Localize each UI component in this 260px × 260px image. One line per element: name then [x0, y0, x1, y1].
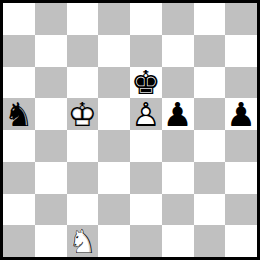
king-glyph: ♚	[130, 67, 162, 99]
square-c4[interactable]	[67, 130, 99, 162]
square-g7[interactable]	[194, 35, 226, 67]
black-king-piece[interactable]: ♚	[130, 67, 162, 99]
square-h4[interactable]	[225, 130, 257, 162]
square-d4[interactable]	[98, 130, 130, 162]
square-e5[interactable]: ♟♙	[130, 98, 162, 130]
square-a4[interactable]	[3, 130, 35, 162]
square-d5[interactable]	[98, 98, 130, 130]
square-e3[interactable]	[130, 162, 162, 194]
square-f8[interactable]	[162, 3, 194, 35]
square-a7[interactable]	[3, 35, 35, 67]
square-c2[interactable]	[67, 194, 99, 226]
knight-outline-glyph: ♘	[67, 225, 99, 257]
chess-board-frame: ♚♞♚♔♟♙♟♟♞♘	[0, 0, 260, 260]
pawn-fill-glyph: ♟	[130, 98, 162, 130]
pawn-glyph: ♟	[225, 98, 257, 130]
square-g3[interactable]	[194, 162, 226, 194]
square-b8[interactable]	[35, 3, 67, 35]
chess-board: ♚♞♚♔♟♙♟♟♞♘	[3, 3, 257, 257]
pawn-outline-glyph: ♙	[130, 98, 162, 130]
square-f2[interactable]	[162, 194, 194, 226]
pawn-glyph: ♟	[162, 98, 194, 130]
square-b7[interactable]	[35, 35, 67, 67]
square-d3[interactable]	[98, 162, 130, 194]
black-pawn-piece[interactable]: ♟	[162, 98, 194, 130]
square-g4[interactable]	[194, 130, 226, 162]
square-d2[interactable]	[98, 194, 130, 226]
square-f3[interactable]	[162, 162, 194, 194]
square-b2[interactable]	[35, 194, 67, 226]
square-b6[interactable]	[35, 67, 67, 99]
square-a2[interactable]	[3, 194, 35, 226]
square-d8[interactable]	[98, 3, 130, 35]
square-h2[interactable]	[225, 194, 257, 226]
white-knight-piece[interactable]: ♞♘	[67, 225, 99, 257]
square-h1[interactable]	[225, 225, 257, 257]
square-b5[interactable]	[35, 98, 67, 130]
black-knight-piece[interactable]: ♞	[3, 98, 35, 130]
square-a3[interactable]	[3, 162, 35, 194]
square-f4[interactable]	[162, 130, 194, 162]
square-f1[interactable]	[162, 225, 194, 257]
square-b1[interactable]	[35, 225, 67, 257]
king-fill-glyph: ♚	[67, 98, 99, 130]
knight-fill-glyph: ♞	[67, 225, 99, 257]
square-c1[interactable]: ♞♘	[67, 225, 99, 257]
square-a1[interactable]	[3, 225, 35, 257]
white-king-piece[interactable]: ♚♔	[67, 98, 99, 130]
square-a5[interactable]: ♞	[3, 98, 35, 130]
square-f7[interactable]	[162, 35, 194, 67]
square-e2[interactable]	[130, 194, 162, 226]
square-a6[interactable]	[3, 67, 35, 99]
square-e1[interactable]	[130, 225, 162, 257]
square-e7[interactable]	[130, 35, 162, 67]
square-e6[interactable]: ♚	[130, 67, 162, 99]
square-d1[interactable]	[98, 225, 130, 257]
square-f6[interactable]	[162, 67, 194, 99]
knight-glyph: ♞	[3, 98, 35, 130]
square-g2[interactable]	[194, 194, 226, 226]
square-c5[interactable]: ♚♔	[67, 98, 99, 130]
square-d6[interactable]	[98, 67, 130, 99]
king-outline-glyph: ♔	[67, 98, 99, 130]
square-h7[interactable]	[225, 35, 257, 67]
square-h5[interactable]: ♟	[225, 98, 257, 130]
square-g5[interactable]	[194, 98, 226, 130]
square-c6[interactable]	[67, 67, 99, 99]
black-pawn-piece[interactable]: ♟	[225, 98, 257, 130]
square-h8[interactable]	[225, 3, 257, 35]
square-a8[interactable]	[3, 3, 35, 35]
square-g1[interactable]	[194, 225, 226, 257]
square-e4[interactable]	[130, 130, 162, 162]
square-e8[interactable]	[130, 3, 162, 35]
square-d7[interactable]	[98, 35, 130, 67]
square-b4[interactable]	[35, 130, 67, 162]
square-b3[interactable]	[35, 162, 67, 194]
white-pawn-piece[interactable]: ♟♙	[130, 98, 162, 130]
square-h6[interactable]	[225, 67, 257, 99]
square-g6[interactable]	[194, 67, 226, 99]
square-c7[interactable]	[67, 35, 99, 67]
square-h3[interactable]	[225, 162, 257, 194]
square-c8[interactable]	[67, 3, 99, 35]
square-g8[interactable]	[194, 3, 226, 35]
square-f5[interactable]: ♟	[162, 98, 194, 130]
square-c3[interactable]	[67, 162, 99, 194]
